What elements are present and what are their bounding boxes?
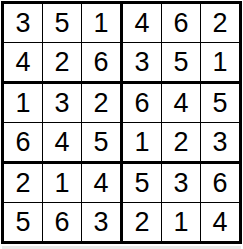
cell-r4c3[interactable]: 5 [82,123,120,161]
box-3-2: 536214 [123,164,239,241]
cell-r2c6[interactable]: 1 [201,43,239,81]
cell-r1c1[interactable]: 3 [4,4,42,42]
cell-r2c5[interactable]: 5 [162,43,200,81]
cell-r1c4[interactable]: 4 [123,4,161,42]
box-2-1: 132645 [4,84,120,161]
cell-r5c4[interactable]: 5 [123,164,161,202]
cell-r1c3[interactable]: 1 [82,4,120,42]
cell-r6c4[interactable]: 2 [123,203,161,241]
cell-r4c6[interactable]: 3 [201,123,239,161]
cell-r3c6[interactable]: 5 [201,84,239,122]
sudoku-board: 351426462351132645645123214563536214 [1,1,242,244]
cell-r4c1[interactable]: 6 [4,123,42,161]
box-3-1: 214563 [4,164,120,241]
cell-r6c3[interactable]: 3 [82,203,120,241]
cell-r1c6[interactable]: 2 [201,4,239,42]
box-1-2: 462351 [123,4,239,81]
cell-r5c6[interactable]: 6 [201,164,239,202]
cell-r3c5[interactable]: 4 [162,84,200,122]
cell-r3c2[interactable]: 3 [43,84,81,122]
cell-r2c3[interactable]: 6 [82,43,120,81]
cell-r3c4[interactable]: 6 [123,84,161,122]
cell-r3c3[interactable]: 2 [82,84,120,122]
cell-r6c6[interactable]: 4 [201,203,239,241]
cell-r5c3[interactable]: 4 [82,164,120,202]
cell-r3c1[interactable]: 1 [4,84,42,122]
cell-r2c1[interactable]: 4 [4,43,42,81]
cell-r5c2[interactable]: 1 [43,164,81,202]
cell-r4c5[interactable]: 2 [162,123,200,161]
cell-r6c5[interactable]: 1 [162,203,200,241]
cell-r5c1[interactable]: 2 [4,164,42,202]
cell-r1c5[interactable]: 6 [162,4,200,42]
cell-r1c2[interactable]: 5 [43,4,81,42]
box-2-2: 645123 [123,84,239,161]
cell-r4c2[interactable]: 4 [43,123,81,161]
cell-r5c5[interactable]: 3 [162,164,200,202]
cell-r2c4[interactable]: 3 [123,43,161,81]
cell-r4c4[interactable]: 1 [123,123,161,161]
cell-r2c2[interactable]: 2 [43,43,81,81]
sudoku-diagram: 351426462351132645645123214563536214 [0,0,243,249]
cell-r6c1[interactable]: 5 [4,203,42,241]
cell-r6c2[interactable]: 6 [43,203,81,241]
box-1-1: 351426 [4,4,120,81]
